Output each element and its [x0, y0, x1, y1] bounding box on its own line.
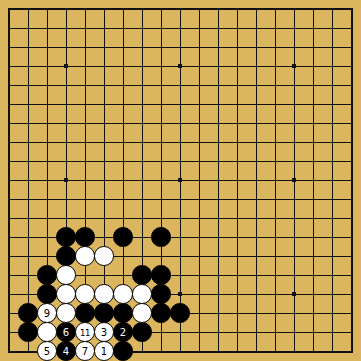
board-intersection[interactable]: 6 — [57, 323, 76, 342]
board-intersection[interactable] — [19, 323, 38, 342]
move-number-label: 11 — [80, 328, 90, 337]
board-intersection[interactable] — [57, 304, 76, 323]
black-stone: 2 — [113, 322, 133, 342]
move-number-label: 2 — [120, 328, 126, 338]
black-stone — [18, 303, 38, 323]
board-intersection[interactable] — [19, 304, 38, 323]
board-intersection[interactable] — [57, 247, 76, 266]
board-intersection[interactable] — [114, 342, 133, 361]
board-intersection[interactable] — [133, 323, 152, 342]
black-stone: 4 — [56, 341, 76, 361]
white-stone: 3 — [94, 322, 114, 342]
board-intersection[interactable]: 4 — [57, 342, 76, 361]
board-intersection[interactable] — [38, 323, 57, 342]
black-stone — [170, 303, 190, 323]
move-number-label: 9 — [44, 309, 50, 319]
board-intersection[interactable] — [57, 266, 76, 285]
board-intersection[interactable]: 11 — [76, 323, 95, 342]
white-stone — [75, 246, 95, 266]
white-stone: 1 — [94, 341, 114, 361]
board-intersection[interactable] — [76, 285, 95, 304]
board-intersection[interactable] — [114, 304, 133, 323]
stones-layer: 6249113571 — [0, 0, 361, 361]
board-intersection[interactable] — [152, 285, 171, 304]
white-stone — [94, 284, 114, 304]
board-intersection[interactable] — [76, 304, 95, 323]
board-intersection[interactable] — [76, 247, 95, 266]
board-intersection[interactable] — [95, 247, 114, 266]
board-intersection[interactable] — [152, 304, 171, 323]
white-stone: 11 — [75, 322, 95, 342]
board-intersection[interactable]: 5 — [38, 342, 57, 361]
white-stone — [75, 284, 95, 304]
white-stone — [56, 265, 76, 285]
white-stone — [132, 303, 152, 323]
move-number-label: 3 — [101, 328, 107, 338]
board-intersection[interactable] — [114, 228, 133, 247]
board-intersection[interactable] — [57, 228, 76, 247]
board-intersection[interactable]: 3 — [95, 323, 114, 342]
black-stone — [132, 265, 152, 285]
white-stone: 9 — [37, 303, 57, 323]
go-board[interactable]: 6249113571 — [0, 0, 361, 361]
black-stone — [75, 303, 95, 323]
white-stone — [113, 284, 133, 304]
white-stone — [56, 284, 76, 304]
board-intersection[interactable] — [133, 304, 152, 323]
black-stone — [113, 227, 133, 247]
white-stone — [94, 246, 114, 266]
board-intersection[interactable] — [57, 285, 76, 304]
black-stone — [56, 227, 76, 247]
board-intersection[interactable]: 2 — [114, 323, 133, 342]
board-intersection[interactable] — [95, 285, 114, 304]
move-number-label: 6 — [63, 328, 69, 338]
black-stone — [113, 341, 133, 361]
board-intersection[interactable] — [38, 266, 57, 285]
move-number-label: 7 — [82, 347, 88, 357]
white-stone — [56, 303, 76, 323]
board-intersection[interactable] — [76, 228, 95, 247]
black-stone — [113, 303, 133, 323]
board-intersection[interactable] — [133, 266, 152, 285]
board-intersection[interactable] — [133, 285, 152, 304]
black-stone — [75, 227, 95, 247]
black-stone — [56, 246, 76, 266]
move-number-label: 1 — [101, 347, 107, 357]
white-stone: 7 — [75, 341, 95, 361]
board-intersection[interactable]: 9 — [38, 304, 57, 323]
black-stone — [151, 284, 171, 304]
white-stone — [132, 284, 152, 304]
board-intersection[interactable]: 1 — [95, 342, 114, 361]
board-intersection[interactable]: 7 — [76, 342, 95, 361]
board-intersection[interactable] — [152, 266, 171, 285]
black-stone — [37, 284, 57, 304]
black-stone — [94, 303, 114, 323]
black-stone — [18, 322, 38, 342]
go-diagram: 6249113571 — [0, 0, 361, 361]
black-stone — [132, 322, 152, 342]
white-stone — [37, 322, 57, 342]
white-stone: 5 — [37, 341, 57, 361]
board-intersection[interactable] — [152, 228, 171, 247]
board-intersection[interactable] — [114, 285, 133, 304]
move-number-label: 4 — [63, 347, 69, 357]
black-stone: 6 — [56, 322, 76, 342]
move-number-label: 5 — [44, 347, 50, 357]
black-stone — [151, 303, 171, 323]
black-stone — [151, 227, 171, 247]
black-stone — [37, 265, 57, 285]
board-intersection[interactable] — [95, 304, 114, 323]
black-stone — [151, 265, 171, 285]
board-intersection[interactable] — [38, 285, 57, 304]
board-intersection[interactable] — [171, 304, 190, 323]
